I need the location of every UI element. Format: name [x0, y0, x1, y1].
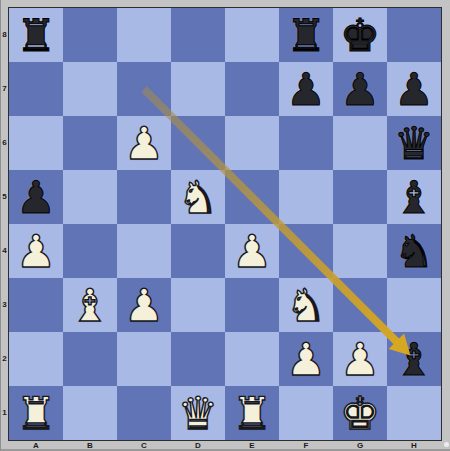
square-e1[interactable]: ♜ [225, 386, 279, 440]
square-g6[interactable] [333, 116, 387, 170]
square-d5[interactable]: ♞ [171, 170, 225, 224]
square-d7[interactable] [171, 62, 225, 116]
square-g1[interactable]: ♚ [333, 386, 387, 440]
square-f6[interactable] [279, 116, 333, 170]
piece-white-bishop-b3[interactable]: ♝ [63, 279, 117, 333]
square-h8[interactable] [387, 8, 441, 62]
rank-label-3: 3 [1, 278, 8, 332]
piece-white-queen-d1[interactable]: ♛ [171, 387, 225, 441]
file-label-e: E [225, 440, 279, 451]
chess-app-window: ♜♜♚♟♟♟♟♛♟♞♝♟♟♞♝♟♞♟♟♝♜♛♜♚ 87654321ABCDEFG… [0, 0, 450, 451]
square-a3[interactable] [9, 278, 63, 332]
square-e6[interactable] [225, 116, 279, 170]
piece-white-pawn-g2[interactable]: ♟ [333, 333, 387, 387]
square-h3[interactable] [387, 278, 441, 332]
square-c6[interactable]: ♟ [117, 116, 171, 170]
square-e5[interactable] [225, 170, 279, 224]
square-g7[interactable]: ♟ [333, 62, 387, 116]
rank-label-8: 8 [1, 8, 8, 62]
piece-white-king-g1[interactable]: ♚ [333, 387, 387, 441]
file-label-f: F [279, 440, 333, 451]
piece-black-bishop-h5[interactable]: ♝ [387, 171, 441, 225]
square-d2[interactable] [171, 332, 225, 386]
piece-black-knight-h4[interactable]: ♞ [387, 225, 441, 279]
square-d6[interactable] [171, 116, 225, 170]
square-g4[interactable] [333, 224, 387, 278]
piece-black-queen-h6[interactable]: ♛ [387, 117, 441, 171]
square-b7[interactable] [63, 62, 117, 116]
rank-label-6: 6 [1, 116, 8, 170]
square-g8[interactable]: ♚ [333, 8, 387, 62]
piece-black-pawn-f7[interactable]: ♟ [279, 63, 333, 117]
file-label-h: H [387, 440, 441, 451]
piece-black-king-g8[interactable]: ♚ [333, 9, 387, 63]
square-f3[interactable]: ♞ [279, 278, 333, 332]
square-f4[interactable] [279, 224, 333, 278]
piece-white-pawn-c6[interactable]: ♟ [117, 117, 171, 171]
rank-label-4: 4 [1, 224, 8, 278]
square-d4[interactable] [171, 224, 225, 278]
file-label-g: G [333, 440, 387, 451]
piece-white-knight-d5[interactable]: ♞ [171, 171, 225, 225]
piece-white-pawn-e4[interactable]: ♟ [225, 225, 279, 279]
square-d3[interactable] [171, 278, 225, 332]
square-e4[interactable]: ♟ [225, 224, 279, 278]
square-f8[interactable]: ♜ [279, 8, 333, 62]
square-c3[interactable]: ♟ [117, 278, 171, 332]
square-f1[interactable] [279, 386, 333, 440]
piece-black-pawn-h7[interactable]: ♟ [387, 63, 441, 117]
square-h4[interactable]: ♞ [387, 224, 441, 278]
rank-label-5: 5 [1, 170, 8, 224]
square-a5[interactable]: ♟ [9, 170, 63, 224]
resize-handle[interactable] [444, 442, 449, 447]
square-d1[interactable]: ♛ [171, 386, 225, 440]
square-a8[interactable]: ♜ [9, 8, 63, 62]
square-a7[interactable] [9, 62, 63, 116]
square-f7[interactable]: ♟ [279, 62, 333, 116]
rank-label-7: 7 [1, 62, 8, 116]
piece-white-pawn-a4[interactable]: ♟ [9, 225, 63, 279]
square-g2[interactable]: ♟ [333, 332, 387, 386]
file-label-c: C [117, 440, 171, 451]
square-c2[interactable] [117, 332, 171, 386]
square-c8[interactable] [117, 8, 171, 62]
square-c7[interactable] [117, 62, 171, 116]
square-e7[interactable] [225, 62, 279, 116]
square-h6[interactable]: ♛ [387, 116, 441, 170]
piece-white-knight-f3[interactable]: ♞ [279, 279, 333, 333]
square-a2[interactable] [9, 332, 63, 386]
piece-white-pawn-c3[interactable]: ♟ [117, 279, 171, 333]
square-e2[interactable] [225, 332, 279, 386]
rank-label-1: 1 [1, 386, 8, 440]
square-a1[interactable]: ♜ [9, 386, 63, 440]
square-g3[interactable] [333, 278, 387, 332]
file-label-a: A [9, 440, 63, 451]
piece-black-bishop-h2[interactable]: ♝ [387, 333, 441, 387]
piece-black-pawn-g7[interactable]: ♟ [333, 63, 387, 117]
square-c4[interactable] [117, 224, 171, 278]
square-e3[interactable] [225, 278, 279, 332]
piece-black-pawn-a5[interactable]: ♟ [9, 171, 63, 225]
rank-label-2: 2 [1, 332, 8, 386]
file-label-d: D [171, 440, 225, 451]
piece-white-rook-e1[interactable]: ♜ [225, 387, 279, 441]
square-b5[interactable] [63, 170, 117, 224]
square-d8[interactable] [171, 8, 225, 62]
square-a4[interactable]: ♟ [9, 224, 63, 278]
square-e8[interactable] [225, 8, 279, 62]
piece-black-rook-f8[interactable]: ♜ [279, 9, 333, 63]
square-b8[interactable] [63, 8, 117, 62]
square-a6[interactable] [9, 116, 63, 170]
square-h5[interactable]: ♝ [387, 170, 441, 224]
square-g5[interactable] [333, 170, 387, 224]
square-h1[interactable] [387, 386, 441, 440]
square-f5[interactable] [279, 170, 333, 224]
square-b4[interactable] [63, 224, 117, 278]
piece-white-rook-a1[interactable]: ♜ [9, 387, 63, 441]
square-c5[interactable] [117, 170, 171, 224]
square-b1[interactable] [63, 386, 117, 440]
square-h7[interactable]: ♟ [387, 62, 441, 116]
piece-white-pawn-f2[interactable]: ♟ [279, 333, 333, 387]
square-c1[interactable] [117, 386, 171, 440]
square-b2[interactable] [63, 332, 117, 386]
square-h2[interactable]: ♝ [387, 332, 441, 386]
piece-black-rook-a8[interactable]: ♜ [9, 9, 63, 63]
square-b3[interactable]: ♝ [63, 278, 117, 332]
chess-board: ♜♜♚♟♟♟♟♛♟♞♝♟♟♞♝♟♞♟♟♝♜♛♜♚ [9, 8, 441, 440]
square-f2[interactable]: ♟ [279, 332, 333, 386]
file-label-b: B [63, 440, 117, 451]
square-b6[interactable] [63, 116, 117, 170]
